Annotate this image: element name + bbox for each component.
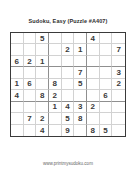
sudoku-cell-r8c9	[112, 113, 125, 124]
sudoku-cell-r8c7	[87, 113, 100, 124]
sudoku-cell-r5c1: 1	[11, 79, 24, 90]
sudoku-cell-r9c2	[24, 125, 37, 136]
sudoku-cell-r9c4	[49, 125, 62, 136]
sudoku-cell-r4c5	[62, 67, 75, 78]
sudoku-cell-r1c9	[112, 33, 125, 44]
sudoku-cell-r5c3	[36, 79, 49, 90]
sudoku-cell-r5c5	[62, 79, 75, 90]
sudoku-cell-r6c8: 6	[100, 90, 113, 101]
sudoku-cell-r6c6	[74, 90, 87, 101]
sudoku-cell-r8c3: 2	[36, 113, 49, 124]
sudoku-cell-r4c8	[100, 67, 113, 78]
sudoku-cell-r9c8: 5	[100, 125, 113, 136]
sudoku-cell-r1c3: 5	[36, 33, 49, 44]
sudoku-cell-r3c1: 6	[11, 56, 24, 67]
sudoku-cell-r8c4	[49, 113, 62, 124]
sudoku-cell-r4c2	[24, 67, 37, 78]
sudoku-cell-r7c7: 2	[87, 102, 100, 113]
sudoku-cell-r1c4	[49, 33, 62, 44]
sudoku-cell-r7c9	[112, 102, 125, 113]
sudoku-cell-r5c2: 6	[24, 79, 37, 90]
sudoku-cell-r7c6: 3	[74, 102, 87, 113]
sudoku-cell-r4c3	[36, 67, 49, 78]
sudoku-cell-r2c4	[49, 44, 62, 55]
sudoku-cell-r3c6	[74, 56, 87, 67]
sudoku-cell-r9c6	[74, 125, 87, 136]
sudoku-cell-r9c5: 9	[62, 125, 75, 136]
sudoku-cell-r9c7: 8	[87, 125, 100, 136]
sudoku-cell-r7c8	[100, 102, 113, 113]
page-title: Sudoku, Easy (Puzzle #A407)	[0, 17, 136, 25]
sudoku-cell-r1c2	[24, 33, 37, 44]
sudoku-cell-r1c8	[100, 33, 113, 44]
sudoku-cell-r2c9: 7	[112, 44, 125, 55]
sudoku-cell-r2c2	[24, 44, 37, 55]
sudoku-cell-r6c5	[62, 90, 75, 101]
sudoku-cell-r1c6	[74, 33, 87, 44]
sudoku-cell-r4c6: 7	[74, 67, 87, 78]
sudoku-cell-r2c1	[11, 44, 24, 55]
sudoku-cell-r4c4	[49, 67, 62, 78]
sudoku-cell-r7c5: 4	[62, 102, 75, 113]
sudoku-cell-r1c1	[11, 33, 24, 44]
sudoku-cell-r9c3: 4	[36, 125, 49, 136]
sudoku-cell-r3c3: 1	[36, 56, 49, 67]
sudoku-cell-r7c3	[36, 102, 49, 113]
sudoku-cell-r9c9	[112, 125, 125, 136]
sudoku-cell-r6c7	[87, 90, 100, 101]
sudoku-cell-r8c2: 7	[24, 113, 37, 124]
sudoku-cell-r8c5: 5	[62, 113, 75, 124]
sudoku-cell-r4c7	[87, 67, 100, 78]
sudoku-cell-r5c8	[100, 79, 113, 90]
sudoku-cell-r8c6: 8	[74, 113, 87, 124]
sudoku-cell-r6c9	[112, 90, 125, 101]
sudoku-cell-r7c1	[11, 102, 24, 113]
sudoku-cell-r2c6: 1	[74, 44, 87, 55]
sudoku-cell-r5c6: 5	[74, 79, 87, 90]
sudoku-cell-r1c5	[62, 33, 75, 44]
sudoku-cell-r7c2	[24, 102, 37, 113]
sudoku-cell-r9c1	[11, 125, 24, 136]
sudoku-cell-r6c1: 4	[11, 90, 24, 101]
sudoku-cell-r6c2	[24, 90, 37, 101]
sudoku-cell-r3c2: 2	[24, 56, 37, 67]
sudoku-cell-r8c8	[100, 113, 113, 124]
sudoku-cell-r3c9	[112, 56, 125, 67]
sudoku-cell-r3c4	[49, 56, 62, 67]
sudoku-cell-r2c5: 2	[62, 44, 75, 55]
sudoku-cell-r5c4: 8	[49, 79, 62, 90]
sudoku-board: 5421762173168524826143272584985	[10, 32, 126, 137]
sudoku-cell-r6c3: 8	[36, 90, 49, 101]
sudoku-cell-r1c7: 4	[87, 33, 100, 44]
footer-url: www.printmysudoku.com	[0, 161, 136, 167]
sudoku-cell-r4c1	[11, 67, 24, 78]
sudoku-cell-r4c9: 3	[112, 67, 125, 78]
sudoku-cell-r6c4: 2	[49, 90, 62, 101]
sudoku-cell-r2c8	[100, 44, 113, 55]
sudoku-cell-r2c3	[36, 44, 49, 55]
sudoku-cell-r7c4: 1	[49, 102, 62, 113]
sudoku-cell-r8c1	[11, 113, 24, 124]
sudoku-cell-r3c8	[100, 56, 113, 67]
sudoku-cell-r3c7	[87, 56, 100, 67]
sudoku-cell-r2c7	[87, 44, 100, 55]
sudoku-cell-r3c5	[62, 56, 75, 67]
sudoku-cell-r5c9: 2	[112, 79, 125, 90]
sudoku-cell-r5c7	[87, 79, 100, 90]
